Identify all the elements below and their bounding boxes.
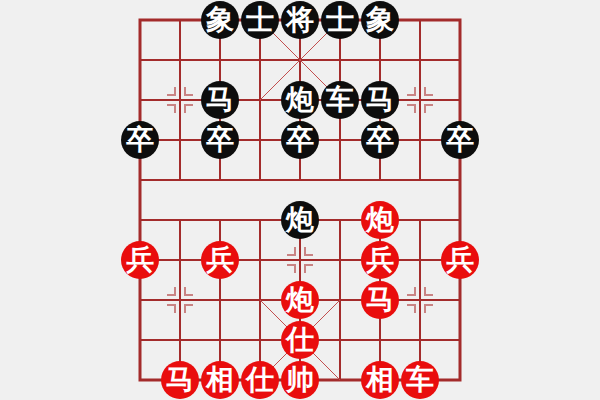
piece-black-advisor[interactable]: 士 bbox=[321, 1, 359, 39]
piece-red-pawn[interactable]: 兵 bbox=[201, 241, 239, 279]
piece-black-king[interactable]: 将 bbox=[281, 1, 319, 39]
piece-red-pawn[interactable]: 兵 bbox=[361, 241, 399, 279]
piece-black-chariot[interactable]: 车 bbox=[321, 81, 359, 119]
piece-red-horse[interactable]: 马 bbox=[361, 281, 399, 319]
piece-black-cannon[interactable]: 炮 bbox=[281, 201, 319, 239]
piece-black-horse[interactable]: 马 bbox=[201, 81, 239, 119]
piece-black-pawn[interactable]: 卒 bbox=[441, 121, 479, 159]
piece-red-pawn[interactable]: 兵 bbox=[121, 241, 159, 279]
piece-red-pawn[interactable]: 兵 bbox=[441, 241, 479, 279]
piece-black-elephant[interactable]: 象 bbox=[201, 1, 239, 39]
piece-black-elephant[interactable]: 象 bbox=[361, 1, 399, 39]
pieces-layer: 象士将士象马炮车马卒卒卒卒卒炮炮兵兵兵兵炮马仕马相仕帅相车 bbox=[0, 0, 600, 400]
piece-red-advisor[interactable]: 仕 bbox=[281, 321, 319, 359]
piece-black-advisor[interactable]: 士 bbox=[241, 1, 279, 39]
piece-red-king[interactable]: 帅 bbox=[281, 361, 319, 399]
piece-red-cannon[interactable]: 炮 bbox=[281, 281, 319, 319]
xiangqi-board: 象士将士象马炮车马卒卒卒卒卒炮炮兵兵兵兵炮马仕马相仕帅相车 bbox=[0, 0, 600, 400]
piece-black-pawn[interactable]: 卒 bbox=[281, 121, 319, 159]
piece-black-pawn[interactable]: 卒 bbox=[121, 121, 159, 159]
piece-black-pawn[interactable]: 卒 bbox=[361, 121, 399, 159]
piece-black-cannon[interactable]: 炮 bbox=[281, 81, 319, 119]
piece-black-horse[interactable]: 马 bbox=[361, 81, 399, 119]
piece-black-pawn[interactable]: 卒 bbox=[201, 121, 239, 159]
piece-red-elephant[interactable]: 相 bbox=[201, 361, 239, 399]
piece-red-chariot[interactable]: 车 bbox=[401, 361, 439, 399]
piece-red-elephant[interactable]: 相 bbox=[361, 361, 399, 399]
piece-red-horse[interactable]: 马 bbox=[161, 361, 199, 399]
piece-red-cannon[interactable]: 炮 bbox=[361, 201, 399, 239]
piece-red-advisor[interactable]: 仕 bbox=[241, 361, 279, 399]
